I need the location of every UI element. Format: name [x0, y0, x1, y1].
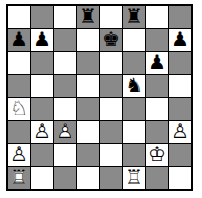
piece-outline-layer: ♙	[33, 121, 51, 141]
white-rook-f1: ♜♖	[123, 167, 145, 189]
piece-outline-layer: ♔	[148, 144, 166, 164]
square-c6[interactable]	[54, 52, 76, 74]
square-g7[interactable]	[146, 29, 168, 51]
square-e4[interactable]	[100, 98, 122, 120]
square-b8[interactable]	[31, 6, 53, 28]
white-pawn-b3: ♟♙	[31, 121, 53, 143]
piece-glyph: ♜	[79, 6, 97, 26]
square-e8[interactable]	[100, 6, 122, 28]
square-b6[interactable]	[31, 52, 53, 74]
square-c8[interactable]	[54, 6, 76, 28]
white-pawn-a2: ♟♙	[8, 144, 30, 166]
square-b5[interactable]	[31, 75, 53, 97]
black-rook-f8: ♜	[123, 6, 145, 28]
square-d7[interactable]	[77, 29, 99, 51]
square-d4[interactable]	[77, 98, 99, 120]
black-pawn-b7: ♟	[31, 29, 53, 51]
square-f2[interactable]	[123, 144, 145, 166]
square-h4[interactable]	[169, 98, 191, 120]
chessboard: ♜♜♟♟♚♟♟♞♞♘♟♙♟♙♟♙♟♙♚♔♜♖♜♖	[6, 4, 193, 191]
square-g8[interactable]	[146, 6, 168, 28]
square-a3[interactable]	[8, 121, 30, 143]
square-e2[interactable]	[100, 144, 122, 166]
square-g6[interactable]: ♟	[146, 52, 168, 74]
square-f3[interactable]	[123, 121, 145, 143]
white-knight-a4: ♞♘	[8, 98, 30, 120]
square-f8[interactable]: ♜	[123, 6, 145, 28]
black-pawn-g6: ♟	[146, 52, 168, 74]
square-a7[interactable]: ♟	[8, 29, 30, 51]
square-g5[interactable]	[146, 75, 168, 97]
black-rook-d8: ♜	[77, 6, 99, 28]
black-pawn-a7: ♟	[8, 29, 30, 51]
black-king-e7: ♚	[100, 29, 122, 51]
piece-outline-layer: ♖	[10, 167, 28, 187]
square-h7[interactable]: ♟	[169, 29, 191, 51]
piece-outline-layer: ♙	[56, 121, 74, 141]
square-e3[interactable]	[100, 121, 122, 143]
white-pawn-h3: ♟♙	[169, 121, 191, 143]
square-e1[interactable]	[100, 167, 122, 189]
square-a1[interactable]: ♜♖	[8, 167, 30, 189]
white-king-g2: ♚♔	[146, 144, 168, 166]
square-d8[interactable]: ♜	[77, 6, 99, 28]
square-h8[interactable]	[169, 6, 191, 28]
square-d5[interactable]	[77, 75, 99, 97]
square-c3[interactable]: ♟♙	[54, 121, 76, 143]
white-pawn-c3: ♟♙	[54, 121, 76, 143]
square-g2[interactable]: ♚♔	[146, 144, 168, 166]
square-b3[interactable]: ♟♙	[31, 121, 53, 143]
square-b7[interactable]: ♟	[31, 29, 53, 51]
square-a5[interactable]	[8, 75, 30, 97]
black-pawn-h7: ♟	[169, 29, 191, 51]
square-h6[interactable]	[169, 52, 191, 74]
piece-glyph: ♞	[125, 75, 143, 95]
square-h2[interactable]	[169, 144, 191, 166]
square-g1[interactable]	[146, 167, 168, 189]
square-c5[interactable]	[54, 75, 76, 97]
piece-glyph: ♟	[171, 29, 189, 49]
piece-outline-layer: ♙	[171, 121, 189, 141]
square-b2[interactable]	[31, 144, 53, 166]
square-f1[interactable]: ♜♖	[123, 167, 145, 189]
square-d6[interactable]	[77, 52, 99, 74]
square-c1[interactable]	[54, 167, 76, 189]
square-b4[interactable]	[31, 98, 53, 120]
square-d2[interactable]	[77, 144, 99, 166]
white-rook-a1: ♜♖	[8, 167, 30, 189]
square-f4[interactable]	[123, 98, 145, 120]
square-d3[interactable]	[77, 121, 99, 143]
square-c7[interactable]	[54, 29, 76, 51]
square-h1[interactable]	[169, 167, 191, 189]
square-h3[interactable]: ♟♙	[169, 121, 191, 143]
square-g3[interactable]	[146, 121, 168, 143]
square-b1[interactable]	[31, 167, 53, 189]
piece-glyph: ♟	[33, 29, 51, 49]
square-e7[interactable]: ♚	[100, 29, 122, 51]
piece-glyph: ♜	[125, 6, 143, 26]
square-a4[interactable]: ♞♘	[8, 98, 30, 120]
piece-glyph: ♚	[102, 29, 120, 49]
square-f7[interactable]	[123, 29, 145, 51]
piece-outline-layer: ♘	[10, 98, 28, 118]
piece-outline-layer: ♙	[10, 144, 28, 164]
board-grid: ♜♜♟♟♚♟♟♞♞♘♟♙♟♙♟♙♟♙♚♔♜♖♜♖	[6, 4, 193, 191]
square-d1[interactable]	[77, 167, 99, 189]
square-c2[interactable]	[54, 144, 76, 166]
square-a2[interactable]: ♟♙	[8, 144, 30, 166]
square-f5[interactable]: ♞	[123, 75, 145, 97]
square-e5[interactable]	[100, 75, 122, 97]
square-c4[interactable]	[54, 98, 76, 120]
square-h5[interactable]	[169, 75, 191, 97]
square-f6[interactable]	[123, 52, 145, 74]
square-g4[interactable]	[146, 98, 168, 120]
square-e6[interactable]	[100, 52, 122, 74]
square-a8[interactable]	[8, 6, 30, 28]
square-a6[interactable]	[8, 52, 30, 74]
piece-glyph: ♟	[148, 52, 166, 72]
piece-glyph: ♟	[10, 29, 28, 49]
piece-outline-layer: ♖	[125, 167, 143, 187]
black-knight-f5: ♞	[123, 75, 145, 97]
